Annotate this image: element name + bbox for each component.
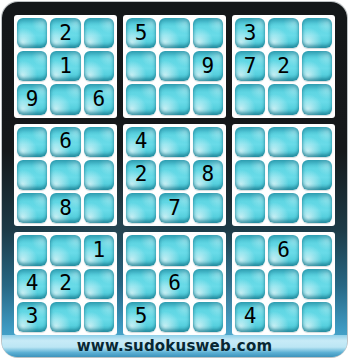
cell-r8c1[interactable]: 4 bbox=[17, 269, 47, 299]
cell-r8c5[interactable]: 6 bbox=[159, 269, 189, 299]
cell-r3c4[interactable] bbox=[126, 84, 156, 114]
cell-r6c4[interactable] bbox=[126, 193, 156, 223]
cell-r7c3[interactable]: 1 bbox=[84, 235, 114, 265]
cell-r2c1[interactable] bbox=[17, 51, 47, 81]
cell-r5c7[interactable] bbox=[235, 160, 265, 190]
cell-r2c9[interactable] bbox=[302, 51, 332, 81]
cell-r6c7[interactable] bbox=[235, 193, 265, 223]
cell-r9c6[interactable] bbox=[193, 302, 223, 332]
cell-r5c8[interactable] bbox=[268, 160, 298, 190]
cell-r8c2[interactable]: 2 bbox=[50, 269, 80, 299]
website-link[interactable]: www.sudokusweb.com bbox=[77, 337, 272, 355]
cell-r6c6[interactable] bbox=[193, 193, 223, 223]
cell-r1c1[interactable] bbox=[17, 18, 47, 48]
cell-r7c9[interactable] bbox=[302, 235, 332, 265]
cell-r9c4[interactable]: 5 bbox=[126, 302, 156, 332]
box-5: 4287 bbox=[123, 124, 226, 227]
cell-r5c6[interactable]: 8 bbox=[193, 160, 223, 190]
cell-r8c4[interactable] bbox=[126, 269, 156, 299]
cell-r2c8[interactable]: 2 bbox=[268, 51, 298, 81]
cell-r1c4[interactable]: 5 bbox=[126, 18, 156, 48]
box-1: 2196 bbox=[14, 15, 117, 118]
cell-r7c5[interactable] bbox=[159, 235, 189, 265]
sudoku-board: 21965937268428714236564 bbox=[14, 15, 335, 335]
cell-r9c1[interactable]: 3 bbox=[17, 302, 47, 332]
cell-r5c3[interactable] bbox=[84, 160, 114, 190]
cell-r8c9[interactable] bbox=[302, 269, 332, 299]
box-7: 1423 bbox=[14, 232, 117, 335]
cell-r6c2[interactable]: 8 bbox=[50, 193, 80, 223]
cell-r5c4[interactable]: 2 bbox=[126, 160, 156, 190]
cell-r3c3[interactable]: 6 bbox=[84, 84, 114, 114]
cell-r2c2[interactable]: 1 bbox=[50, 51, 80, 81]
cell-r3c9[interactable] bbox=[302, 84, 332, 114]
cell-r4c4[interactable]: 4 bbox=[126, 127, 156, 157]
cell-r5c2[interactable] bbox=[50, 160, 80, 190]
cell-r9c3[interactable] bbox=[84, 302, 114, 332]
cell-r1c6[interactable] bbox=[193, 18, 223, 48]
cell-r9c8[interactable] bbox=[268, 302, 298, 332]
cell-r8c7[interactable] bbox=[235, 269, 265, 299]
cell-r4c8[interactable] bbox=[268, 127, 298, 157]
cell-r3c1[interactable]: 9 bbox=[17, 84, 47, 114]
cell-r7c8[interactable]: 6 bbox=[268, 235, 298, 265]
cell-r9c7[interactable]: 4 bbox=[235, 302, 265, 332]
cell-r6c3[interactable] bbox=[84, 193, 114, 223]
cell-r6c5[interactable]: 7 bbox=[159, 193, 189, 223]
cell-r2c7[interactable]: 7 bbox=[235, 51, 265, 81]
cell-r1c9[interactable] bbox=[302, 18, 332, 48]
cell-r5c5[interactable] bbox=[159, 160, 189, 190]
cell-r3c5[interactable] bbox=[159, 84, 189, 114]
cell-r8c6[interactable] bbox=[193, 269, 223, 299]
cell-r7c2[interactable] bbox=[50, 235, 80, 265]
cell-r4c5[interactable] bbox=[159, 127, 189, 157]
box-6 bbox=[232, 124, 335, 227]
cell-r1c5[interactable] bbox=[159, 18, 189, 48]
cell-r4c1[interactable] bbox=[17, 127, 47, 157]
cell-r9c5[interactable] bbox=[159, 302, 189, 332]
box-8: 65 bbox=[123, 232, 226, 335]
box-4: 68 bbox=[14, 124, 117, 227]
cell-r2c5[interactable] bbox=[159, 51, 189, 81]
cell-r2c4[interactable] bbox=[126, 51, 156, 81]
cell-r7c7[interactable] bbox=[235, 235, 265, 265]
cell-r6c9[interactable] bbox=[302, 193, 332, 223]
cell-r9c9[interactable] bbox=[302, 302, 332, 332]
cell-r2c6[interactable]: 9 bbox=[193, 51, 223, 81]
cell-r4c2[interactable]: 6 bbox=[50, 127, 80, 157]
box-2: 59 bbox=[123, 15, 226, 118]
cell-r4c3[interactable] bbox=[84, 127, 114, 157]
cell-r5c1[interactable] bbox=[17, 160, 47, 190]
cell-r3c7[interactable] bbox=[235, 84, 265, 114]
cell-r4c6[interactable] bbox=[193, 127, 223, 157]
cell-r6c1[interactable] bbox=[17, 193, 47, 223]
cell-r9c2[interactable] bbox=[50, 302, 80, 332]
cell-r5c9[interactable] bbox=[302, 160, 332, 190]
cell-r8c8[interactable] bbox=[268, 269, 298, 299]
cell-r1c8[interactable] bbox=[268, 18, 298, 48]
cell-r4c9[interactable] bbox=[302, 127, 332, 157]
cell-r1c7[interactable]: 3 bbox=[235, 18, 265, 48]
sudoku-widget: 21965937268428714236564 www.sudokusweb.c… bbox=[2, 2, 347, 357]
cell-r4c7[interactable] bbox=[235, 127, 265, 157]
cell-r3c2[interactable] bbox=[50, 84, 80, 114]
cell-r3c6[interactable] bbox=[193, 84, 223, 114]
cell-r1c3[interactable] bbox=[84, 18, 114, 48]
box-3: 372 bbox=[232, 15, 335, 118]
cell-r2c3[interactable] bbox=[84, 51, 114, 81]
cell-r8c3[interactable] bbox=[84, 269, 114, 299]
cell-r3c8[interactable] bbox=[268, 84, 298, 114]
box-9: 64 bbox=[232, 232, 335, 335]
footer-bar: www.sudokusweb.com bbox=[2, 335, 347, 357]
cell-r7c1[interactable] bbox=[17, 235, 47, 265]
cell-r7c4[interactable] bbox=[126, 235, 156, 265]
cell-r6c8[interactable] bbox=[268, 193, 298, 223]
cell-r1c2[interactable]: 2 bbox=[50, 18, 80, 48]
cell-r7c6[interactable] bbox=[193, 235, 223, 265]
